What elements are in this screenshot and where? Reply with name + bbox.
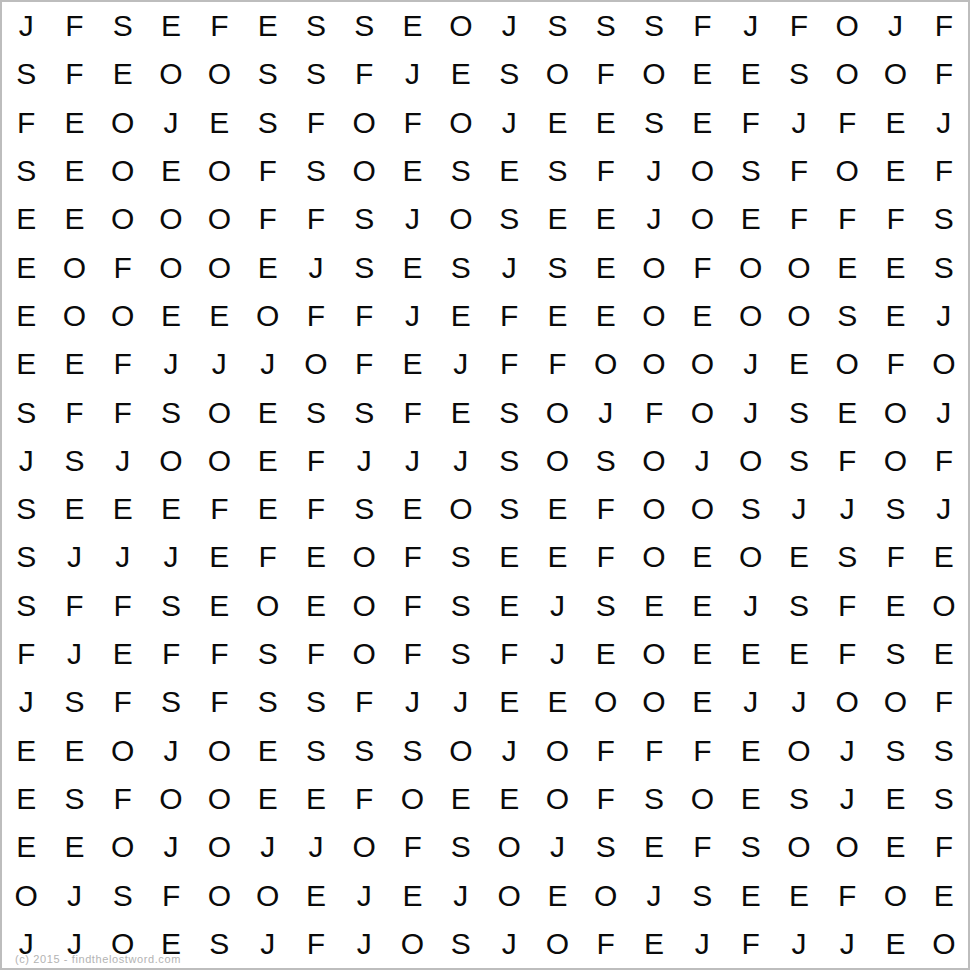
grid-cell-r5c11[interactable]: S: [485, 195, 533, 243]
grid-cell-r19c19[interactable]: O: [871, 871, 919, 919]
grid-cell-r5c19[interactable]: F: [871, 195, 919, 243]
grid-cell-r4c5[interactable]: O: [195, 147, 243, 195]
grid-cell-r19c7[interactable]: E: [292, 871, 340, 919]
grid-cell-r5c7[interactable]: F: [292, 195, 340, 243]
grid-cell-r3c5[interactable]: E: [195, 99, 243, 147]
grid-cell-r4c1[interactable]: S: [2, 147, 50, 195]
grid-cell-r3c7[interactable]: F: [292, 99, 340, 147]
grid-cell-r1c4[interactable]: E: [147, 2, 195, 50]
grid-cell-r12c6[interactable]: F: [243, 533, 291, 581]
grid-cell-r15c11[interactable]: E: [485, 678, 533, 726]
grid-cell-r4c14[interactable]: J: [630, 147, 678, 195]
grid-cell-r7c13[interactable]: E: [582, 292, 630, 340]
grid-cell-r19c10[interactable]: J: [437, 871, 485, 919]
grid-cell-r19c5[interactable]: O: [195, 871, 243, 919]
grid-cell-r8c19[interactable]: F: [871, 340, 919, 388]
grid-cell-r15c20[interactable]: F: [920, 678, 968, 726]
grid-cell-r19c12[interactable]: E: [533, 871, 581, 919]
grid-cell-r3c3[interactable]: O: [99, 99, 147, 147]
grid-cell-r9c10[interactable]: E: [437, 388, 485, 436]
grid-cell-r9c8[interactable]: S: [340, 388, 388, 436]
grid-cell-r12c11[interactable]: E: [485, 533, 533, 581]
grid-cell-r17c13[interactable]: F: [582, 775, 630, 823]
grid-cell-r3c19[interactable]: E: [871, 99, 919, 147]
grid-cell-r17c7[interactable]: E: [292, 775, 340, 823]
grid-cell-r17c4[interactable]: O: [147, 775, 195, 823]
grid-cell-r18c5[interactable]: O: [195, 823, 243, 871]
grid-cell-r13c8[interactable]: O: [340, 582, 388, 630]
grid-cell-r19c2[interactable]: J: [50, 871, 98, 919]
grid-cell-r2c8[interactable]: F: [340, 50, 388, 98]
grid-cell-r5c12[interactable]: E: [533, 195, 581, 243]
grid-cell-r2c9[interactable]: J: [388, 50, 436, 98]
grid-cell-r3c15[interactable]: E: [678, 99, 726, 147]
grid-cell-r13c10[interactable]: S: [437, 582, 485, 630]
grid-cell-r14c9[interactable]: F: [388, 630, 436, 678]
grid-cell-r11c18[interactable]: J: [823, 485, 871, 533]
grid-cell-r15c17[interactable]: J: [775, 678, 823, 726]
grid-cell-r8c10[interactable]: J: [437, 340, 485, 388]
grid-cell-r1c1[interactable]: J: [2, 2, 50, 50]
grid-cell-r5c20[interactable]: S: [920, 195, 968, 243]
grid-cell-r17c16[interactable]: E: [726, 775, 774, 823]
grid-cell-r20c15[interactable]: J: [678, 920, 726, 968]
grid-cell-r17c5[interactable]: O: [195, 775, 243, 823]
grid-cell-r13c9[interactable]: F: [388, 582, 436, 630]
grid-cell-r12c10[interactable]: S: [437, 533, 485, 581]
grid-cell-r4c10[interactable]: S: [437, 147, 485, 195]
grid-cell-r9c19[interactable]: O: [871, 388, 919, 436]
grid-cell-r8c2[interactable]: E: [50, 340, 98, 388]
grid-cell-r6c12[interactable]: S: [533, 243, 581, 291]
grid-cell-r9c20[interactable]: J: [920, 388, 968, 436]
grid-cell-r8c17[interactable]: E: [775, 340, 823, 388]
grid-cell-r3c20[interactable]: J: [920, 99, 968, 147]
grid-cell-r9c14[interactable]: F: [630, 388, 678, 436]
grid-cell-r6c13[interactable]: E: [582, 243, 630, 291]
grid-cell-r2c1[interactable]: S: [2, 50, 50, 98]
grid-cell-r18c13[interactable]: S: [582, 823, 630, 871]
grid-cell-r13c15[interactable]: E: [678, 582, 726, 630]
grid-cell-r18c19[interactable]: E: [871, 823, 919, 871]
grid-cell-r18c16[interactable]: S: [726, 823, 774, 871]
grid-cell-r16c20[interactable]: S: [920, 726, 968, 774]
grid-cell-r6c16[interactable]: O: [726, 243, 774, 291]
grid-cell-r17c19[interactable]: E: [871, 775, 919, 823]
grid-cell-r13c19[interactable]: E: [871, 582, 919, 630]
grid-cell-r10c14[interactable]: O: [630, 437, 678, 485]
grid-cell-r6c2[interactable]: O: [50, 243, 98, 291]
grid-cell-r13c13[interactable]: S: [582, 582, 630, 630]
grid-cell-r5c17[interactable]: F: [775, 195, 823, 243]
grid-cell-r11c6[interactable]: E: [243, 485, 291, 533]
grid-cell-r3c16[interactable]: F: [726, 99, 774, 147]
grid-cell-r7c1[interactable]: E: [2, 292, 50, 340]
grid-cell-r16c16[interactable]: E: [726, 726, 774, 774]
grid-cell-r10c13[interactable]: S: [582, 437, 630, 485]
grid-cell-r16c6[interactable]: E: [243, 726, 291, 774]
grid-cell-r5c5[interactable]: O: [195, 195, 243, 243]
grid-cell-r20c11[interactable]: J: [485, 920, 533, 968]
grid-cell-r11c7[interactable]: F: [292, 485, 340, 533]
grid-cell-r6c7[interactable]: J: [292, 243, 340, 291]
grid-cell-r6c18[interactable]: E: [823, 243, 871, 291]
grid-cell-r8c13[interactable]: O: [582, 340, 630, 388]
grid-cell-r14c13[interactable]: E: [582, 630, 630, 678]
grid-cell-r9c1[interactable]: S: [2, 388, 50, 436]
grid-cell-r11c5[interactable]: F: [195, 485, 243, 533]
grid-cell-r13c16[interactable]: J: [726, 582, 774, 630]
grid-cell-r20c20[interactable]: O: [920, 920, 968, 968]
grid-cell-r17c3[interactable]: F: [99, 775, 147, 823]
grid-cell-r1c14[interactable]: S: [630, 2, 678, 50]
grid-cell-r3c8[interactable]: O: [340, 99, 388, 147]
grid-cell-r2c15[interactable]: E: [678, 50, 726, 98]
grid-cell-r6c8[interactable]: S: [340, 243, 388, 291]
grid-cell-r2c12[interactable]: O: [533, 50, 581, 98]
grid-cell-r10c20[interactable]: F: [920, 437, 968, 485]
grid-cell-r5c14[interactable]: J: [630, 195, 678, 243]
grid-cell-r9c13[interactable]: J: [582, 388, 630, 436]
grid-cell-r9c2[interactable]: F: [50, 388, 98, 436]
grid-cell-r5c6[interactable]: F: [243, 195, 291, 243]
grid-cell-r19c18[interactable]: F: [823, 871, 871, 919]
grid-cell-r10c5[interactable]: O: [195, 437, 243, 485]
grid-cell-r9c17[interactable]: S: [775, 388, 823, 436]
grid-cell-r3c9[interactable]: F: [388, 99, 436, 147]
grid-cell-r17c12[interactable]: O: [533, 775, 581, 823]
grid-cell-r7c4[interactable]: E: [147, 292, 195, 340]
grid-cell-r2c14[interactable]: O: [630, 50, 678, 98]
grid-cell-r1c9[interactable]: E: [388, 2, 436, 50]
grid-cell-r7c16[interactable]: O: [726, 292, 774, 340]
grid-cell-r4c2[interactable]: E: [50, 147, 98, 195]
grid-cell-r20c6[interactable]: J: [243, 920, 291, 968]
grid-cell-r20c9[interactable]: O: [388, 920, 436, 968]
grid-cell-r17c14[interactable]: S: [630, 775, 678, 823]
grid-cell-r12c5[interactable]: E: [195, 533, 243, 581]
grid-cell-r14c14[interactable]: O: [630, 630, 678, 678]
grid-cell-r10c19[interactable]: O: [871, 437, 919, 485]
grid-cell-r13c2[interactable]: F: [50, 582, 98, 630]
grid-cell-r7c9[interactable]: J: [388, 292, 436, 340]
grid-cell-r7c20[interactable]: J: [920, 292, 968, 340]
grid-cell-r1c15[interactable]: F: [678, 2, 726, 50]
grid-cell-r20c8[interactable]: J: [340, 920, 388, 968]
grid-cell-r16c7[interactable]: S: [292, 726, 340, 774]
grid-cell-r1c3[interactable]: S: [99, 2, 147, 50]
grid-cell-r6c14[interactable]: O: [630, 243, 678, 291]
grid-cell-r16c17[interactable]: O: [775, 726, 823, 774]
grid-cell-r14c10[interactable]: S: [437, 630, 485, 678]
grid-cell-r16c2[interactable]: E: [50, 726, 98, 774]
grid-cell-r5c4[interactable]: O: [147, 195, 195, 243]
grid-cell-r7c19[interactable]: E: [871, 292, 919, 340]
grid-cell-r11c20[interactable]: J: [920, 485, 968, 533]
grid-cell-r19c16[interactable]: E: [726, 871, 774, 919]
grid-cell-r20c10[interactable]: S: [437, 920, 485, 968]
grid-cell-r2c10[interactable]: E: [437, 50, 485, 98]
grid-cell-r20c17[interactable]: J: [775, 920, 823, 968]
grid-cell-r8c5[interactable]: J: [195, 340, 243, 388]
grid-cell-r7c11[interactable]: F: [485, 292, 533, 340]
grid-cell-r18c7[interactable]: J: [292, 823, 340, 871]
grid-cell-r8c18[interactable]: O: [823, 340, 871, 388]
grid-cell-r6c3[interactable]: F: [99, 243, 147, 291]
grid-cell-r2c4[interactable]: O: [147, 50, 195, 98]
grid-cell-r7c8[interactable]: F: [340, 292, 388, 340]
grid-cell-r17c17[interactable]: S: [775, 775, 823, 823]
grid-cell-r19c9[interactable]: E: [388, 871, 436, 919]
grid-cell-r8c14[interactable]: O: [630, 340, 678, 388]
grid-cell-r2c19[interactable]: O: [871, 50, 919, 98]
grid-cell-r18c1[interactable]: E: [2, 823, 50, 871]
grid-cell-r18c2[interactable]: E: [50, 823, 98, 871]
grid-cell-r1c19[interactable]: J: [871, 2, 919, 50]
grid-cell-r11c9[interactable]: E: [388, 485, 436, 533]
grid-cell-r14c8[interactable]: O: [340, 630, 388, 678]
grid-cell-r15c18[interactable]: O: [823, 678, 871, 726]
grid-cell-r3c12[interactable]: E: [533, 99, 581, 147]
grid-cell-r14c7[interactable]: F: [292, 630, 340, 678]
grid-cell-r9c6[interactable]: E: [243, 388, 291, 436]
grid-cell-r4c12[interactable]: S: [533, 147, 581, 195]
grid-cell-r10c3[interactable]: J: [99, 437, 147, 485]
grid-cell-r9c7[interactable]: S: [292, 388, 340, 436]
grid-cell-r15c13[interactable]: O: [582, 678, 630, 726]
grid-cell-r11c2[interactable]: E: [50, 485, 98, 533]
grid-cell-r12c8[interactable]: O: [340, 533, 388, 581]
grid-cell-r7c10[interactable]: E: [437, 292, 485, 340]
grid-cell-r16c14[interactable]: F: [630, 726, 678, 774]
grid-cell-r5c16[interactable]: E: [726, 195, 774, 243]
grid-cell-r16c4[interactable]: J: [147, 726, 195, 774]
grid-cell-r14c17[interactable]: E: [775, 630, 823, 678]
grid-cell-r4c3[interactable]: O: [99, 147, 147, 195]
grid-cell-r11c16[interactable]: S: [726, 485, 774, 533]
grid-cell-r20c13[interactable]: F: [582, 920, 630, 968]
grid-cell-r8c16[interactable]: J: [726, 340, 774, 388]
grid-cell-r11c14[interactable]: O: [630, 485, 678, 533]
grid-cell-r8c12[interactable]: F: [533, 340, 581, 388]
grid-cell-r12c18[interactable]: S: [823, 533, 871, 581]
grid-cell-r1c10[interactable]: O: [437, 2, 485, 50]
grid-cell-r18c6[interactable]: J: [243, 823, 291, 871]
grid-cell-r9c18[interactable]: E: [823, 388, 871, 436]
grid-cell-r12c3[interactable]: J: [99, 533, 147, 581]
grid-cell-r3c4[interactable]: J: [147, 99, 195, 147]
grid-cell-r6c19[interactable]: E: [871, 243, 919, 291]
grid-cell-r18c3[interactable]: O: [99, 823, 147, 871]
grid-cell-r4c7[interactable]: S: [292, 147, 340, 195]
grid-cell-r19c13[interactable]: O: [582, 871, 630, 919]
grid-cell-r2c17[interactable]: S: [775, 50, 823, 98]
grid-cell-r6c17[interactable]: O: [775, 243, 823, 291]
grid-cell-r13c4[interactable]: S: [147, 582, 195, 630]
grid-cell-r13c18[interactable]: F: [823, 582, 871, 630]
grid-cell-r15c7[interactable]: S: [292, 678, 340, 726]
grid-cell-r20c14[interactable]: E: [630, 920, 678, 968]
grid-cell-r18c14[interactable]: E: [630, 823, 678, 871]
grid-cell-r7c12[interactable]: E: [533, 292, 581, 340]
grid-cell-r5c8[interactable]: S: [340, 195, 388, 243]
grid-cell-r19c17[interactable]: E: [775, 871, 823, 919]
grid-cell-r1c13[interactable]: S: [582, 2, 630, 50]
grid-cell-r3c13[interactable]: E: [582, 99, 630, 147]
grid-cell-r10c10[interactable]: J: [437, 437, 485, 485]
grid-cell-r17c20[interactable]: S: [920, 775, 968, 823]
grid-cell-r4c13[interactable]: F: [582, 147, 630, 195]
grid-cell-r9c12[interactable]: O: [533, 388, 581, 436]
grid-cell-r20c7[interactable]: F: [292, 920, 340, 968]
grid-cell-r9c16[interactable]: J: [726, 388, 774, 436]
grid-cell-r13c17[interactable]: S: [775, 582, 823, 630]
grid-cell-r11c17[interactable]: J: [775, 485, 823, 533]
grid-cell-r4c11[interactable]: E: [485, 147, 533, 195]
grid-cell-r13c3[interactable]: F: [99, 582, 147, 630]
grid-cell-r18c4[interactable]: J: [147, 823, 195, 871]
grid-cell-r1c2[interactable]: F: [50, 2, 98, 50]
grid-cell-r12c7[interactable]: E: [292, 533, 340, 581]
grid-cell-r3c6[interactable]: S: [243, 99, 291, 147]
grid-cell-r5c3[interactable]: O: [99, 195, 147, 243]
grid-cell-r6c20[interactable]: S: [920, 243, 968, 291]
grid-cell-r16c19[interactable]: S: [871, 726, 919, 774]
grid-cell-r5c9[interactable]: J: [388, 195, 436, 243]
grid-cell-r13c7[interactable]: E: [292, 582, 340, 630]
grid-cell-r18c9[interactable]: F: [388, 823, 436, 871]
grid-cell-r1c16[interactable]: J: [726, 2, 774, 50]
grid-cell-r16c8[interactable]: S: [340, 726, 388, 774]
grid-cell-r7c17[interactable]: O: [775, 292, 823, 340]
grid-cell-r6c4[interactable]: O: [147, 243, 195, 291]
grid-cell-r18c18[interactable]: O: [823, 823, 871, 871]
grid-cell-r16c12[interactable]: O: [533, 726, 581, 774]
grid-cell-r16c10[interactable]: O: [437, 726, 485, 774]
grid-cell-r9c3[interactable]: F: [99, 388, 147, 436]
grid-cell-r13c5[interactable]: E: [195, 582, 243, 630]
grid-cell-r11c13[interactable]: F: [582, 485, 630, 533]
grid-cell-r19c3[interactable]: S: [99, 871, 147, 919]
grid-cell-r1c5[interactable]: F: [195, 2, 243, 50]
grid-cell-r7c7[interactable]: F: [292, 292, 340, 340]
grid-cell-r17c6[interactable]: E: [243, 775, 291, 823]
grid-cell-r10c4[interactable]: O: [147, 437, 195, 485]
grid-cell-r14c19[interactable]: S: [871, 630, 919, 678]
grid-cell-r6c10[interactable]: S: [437, 243, 485, 291]
grid-cell-r2c18[interactable]: O: [823, 50, 871, 98]
grid-cell-r3c10[interactable]: O: [437, 99, 485, 147]
grid-cell-r17c2[interactable]: S: [50, 775, 98, 823]
grid-cell-r3c18[interactable]: F: [823, 99, 871, 147]
grid-cell-r12c4[interactable]: J: [147, 533, 195, 581]
grid-cell-r17c8[interactable]: F: [340, 775, 388, 823]
grid-cell-r4c6[interactable]: F: [243, 147, 291, 195]
grid-cell-r14c11[interactable]: F: [485, 630, 533, 678]
grid-cell-r7c6[interactable]: O: [243, 292, 291, 340]
grid-cell-r8c11[interactable]: F: [485, 340, 533, 388]
grid-cell-r8c6[interactable]: J: [243, 340, 291, 388]
grid-cell-r4c19[interactable]: E: [871, 147, 919, 195]
grid-cell-r5c2[interactable]: E: [50, 195, 98, 243]
grid-cell-r8c15[interactable]: O: [678, 340, 726, 388]
grid-cell-r15c12[interactable]: E: [533, 678, 581, 726]
grid-cell-r16c1[interactable]: E: [2, 726, 50, 774]
grid-cell-r12c20[interactable]: E: [920, 533, 968, 581]
grid-cell-r14c15[interactable]: E: [678, 630, 726, 678]
grid-cell-r9c4[interactable]: S: [147, 388, 195, 436]
grid-cell-r10c9[interactable]: J: [388, 437, 436, 485]
grid-cell-r11c8[interactable]: S: [340, 485, 388, 533]
grid-cell-r1c8[interactable]: S: [340, 2, 388, 50]
grid-cell-r18c10[interactable]: S: [437, 823, 485, 871]
grid-cell-r16c15[interactable]: F: [678, 726, 726, 774]
grid-cell-r4c8[interactable]: O: [340, 147, 388, 195]
grid-cell-r18c15[interactable]: F: [678, 823, 726, 871]
grid-cell-r14c2[interactable]: J: [50, 630, 98, 678]
grid-cell-r8c9[interactable]: E: [388, 340, 436, 388]
grid-cell-r3c14[interactable]: S: [630, 99, 678, 147]
grid-cell-r12c17[interactable]: E: [775, 533, 823, 581]
grid-cell-r10c12[interactable]: O: [533, 437, 581, 485]
grid-cell-r5c1[interactable]: E: [2, 195, 50, 243]
grid-cell-r20c5[interactable]: S: [195, 920, 243, 968]
grid-cell-r15c4[interactable]: S: [147, 678, 195, 726]
grid-cell-r19c6[interactable]: O: [243, 871, 291, 919]
grid-cell-r12c2[interactable]: J: [50, 533, 98, 581]
grid-cell-r17c10[interactable]: E: [437, 775, 485, 823]
grid-cell-r18c8[interactable]: O: [340, 823, 388, 871]
grid-cell-r13c14[interactable]: E: [630, 582, 678, 630]
grid-cell-r6c11[interactable]: J: [485, 243, 533, 291]
grid-cell-r2c2[interactable]: F: [50, 50, 98, 98]
grid-cell-r6c6[interactable]: E: [243, 243, 291, 291]
grid-cell-r20c12[interactable]: O: [533, 920, 581, 968]
grid-cell-r19c4[interactable]: F: [147, 871, 195, 919]
grid-cell-r16c5[interactable]: O: [195, 726, 243, 774]
grid-cell-r16c18[interactable]: J: [823, 726, 871, 774]
grid-cell-r12c9[interactable]: F: [388, 533, 436, 581]
grid-cell-r10c15[interactable]: J: [678, 437, 726, 485]
grid-cell-r12c1[interactable]: S: [2, 533, 50, 581]
grid-cell-r20c18[interactable]: J: [823, 920, 871, 968]
grid-cell-r1c20[interactable]: F: [920, 2, 968, 50]
grid-cell-r11c10[interactable]: O: [437, 485, 485, 533]
grid-cell-r10c11[interactable]: S: [485, 437, 533, 485]
grid-cell-r4c17[interactable]: F: [775, 147, 823, 195]
grid-cell-r14c6[interactable]: S: [243, 630, 291, 678]
grid-cell-r19c11[interactable]: O: [485, 871, 533, 919]
grid-cell-r17c18[interactable]: J: [823, 775, 871, 823]
grid-cell-r4c18[interactable]: O: [823, 147, 871, 195]
grid-cell-r15c9[interactable]: J: [388, 678, 436, 726]
grid-cell-r11c1[interactable]: S: [2, 485, 50, 533]
grid-cell-r7c15[interactable]: E: [678, 292, 726, 340]
grid-cell-r14c18[interactable]: F: [823, 630, 871, 678]
grid-cell-r14c16[interactable]: E: [726, 630, 774, 678]
grid-cell-r15c1[interactable]: J: [2, 678, 50, 726]
grid-cell-r7c14[interactable]: O: [630, 292, 678, 340]
grid-cell-r4c15[interactable]: O: [678, 147, 726, 195]
grid-cell-r18c20[interactable]: F: [920, 823, 968, 871]
grid-cell-r1c11[interactable]: J: [485, 2, 533, 50]
grid-cell-r12c13[interactable]: F: [582, 533, 630, 581]
grid-cell-r2c13[interactable]: F: [582, 50, 630, 98]
grid-cell-r14c1[interactable]: F: [2, 630, 50, 678]
grid-cell-r9c9[interactable]: F: [388, 388, 436, 436]
grid-cell-r17c15[interactable]: O: [678, 775, 726, 823]
grid-cell-r14c20[interactable]: E: [920, 630, 968, 678]
